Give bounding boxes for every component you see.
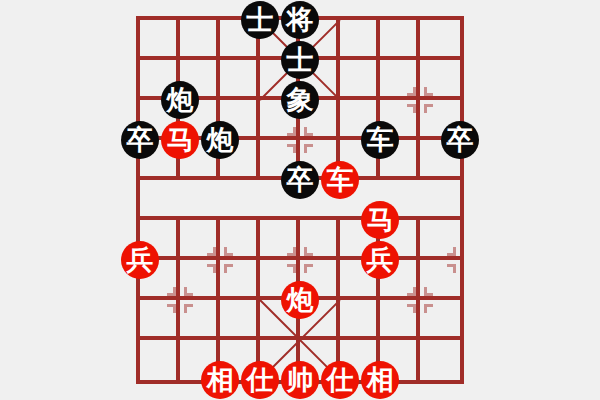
piece-black-elephant[interactable]: 象 [281,81,319,119]
point-marker [287,144,296,153]
point-marker [424,104,433,113]
point-marker [407,287,416,296]
point-marker [407,87,416,96]
piece-red-elephant[interactable]: 相 [361,361,399,399]
piece-red-elephant[interactable]: 相 [201,361,239,399]
board-cell [180,20,220,60]
point-marker [207,264,216,273]
piece-black-soldier[interactable]: 卒 [281,161,319,199]
point-marker [447,247,456,256]
point-marker [304,264,313,273]
board-cell [420,340,460,380]
point-marker [287,247,296,256]
board-cell [220,300,260,340]
board-cell [340,60,380,100]
point-marker [287,127,296,136]
piece-black-advisor[interactable]: 士 [281,41,319,79]
piece-red-horse[interactable]: 马 [161,121,199,159]
piece-red-general[interactable]: 帅 [281,361,319,399]
point-marker [304,127,313,136]
board-cell [380,20,420,60]
piece-black-advisor[interactable]: 士 [241,1,279,39]
piece-red-cannon[interactable]: 炮 [281,281,319,319]
point-marker [424,287,433,296]
point-marker [447,264,456,273]
piece-red-soldier[interactable]: 兵 [361,241,399,279]
piece-red-soldier[interactable]: 兵 [121,241,159,279]
point-marker [304,247,313,256]
point-marker [424,304,433,313]
piece-black-cannon[interactable]: 炮 [201,121,239,159]
point-marker [407,304,416,313]
piece-black-soldier[interactable]: 卒 [121,121,159,159]
board-cell [140,340,180,380]
piece-black-soldier[interactable]: 卒 [441,121,479,159]
piece-black-general[interactable]: 将 [281,1,319,39]
board-cell [220,60,260,100]
board-cell [340,300,380,340]
board-cell [180,180,220,220]
piece-red-horse[interactable]: 马 [361,201,399,239]
xiangqi-app-canvas: 士将士炮象卒马炮车卒卒车马兵兵炮相仕帅仕相 [0,0,600,400]
point-marker [167,304,176,313]
point-marker [207,247,216,256]
piece-black-chariot[interactable]: 车 [361,121,399,159]
point-marker [407,104,416,113]
point-marker [184,304,193,313]
piece-red-advisor[interactable]: 仕 [321,361,359,399]
piece-red-chariot[interactable]: 车 [321,161,359,199]
point-marker [224,264,233,273]
piece-black-cannon[interactable]: 炮 [161,81,199,119]
piece-red-advisor[interactable]: 仕 [241,361,279,399]
board-cell [140,180,180,220]
board-cell [420,20,460,60]
point-marker [304,144,313,153]
point-marker [424,87,433,96]
board-cell [220,180,260,220]
board-cell [420,180,460,220]
point-marker [287,264,296,273]
board-cell [140,20,180,60]
point-marker [224,247,233,256]
point-marker [167,287,176,296]
point-marker [184,287,193,296]
board-cell [340,20,380,60]
